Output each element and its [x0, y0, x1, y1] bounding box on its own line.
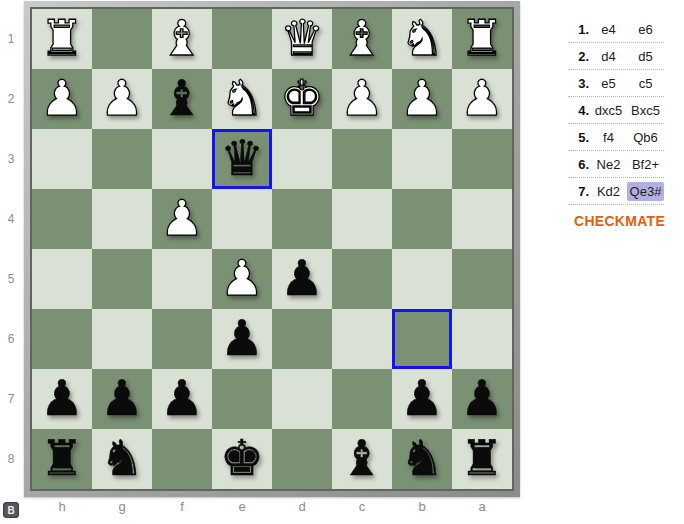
square-b5[interactable] — [392, 249, 452, 309]
square-g7[interactable]: ♟ — [92, 369, 152, 429]
square-f1[interactable]: ♝ — [152, 9, 212, 69]
square-c4[interactable] — [332, 189, 392, 249]
piece-black-bishop: ♝ — [340, 431, 384, 487]
move-row-5: 5.f4Qb6 — [568, 124, 664, 151]
square-h4[interactable] — [32, 189, 92, 249]
move-number: 6. — [568, 157, 590, 172]
move-white-5[interactable]: f4 — [590, 130, 627, 145]
rank-label-7: 7 — [0, 369, 22, 429]
file-label-c: c — [332, 499, 392, 514]
square-b1[interactable]: ♞ — [392, 9, 452, 69]
piece-black-pawn: ♟ — [460, 371, 504, 427]
square-f8[interactable] — [152, 429, 212, 489]
square-a7[interactable]: ♟ — [452, 369, 512, 429]
move-white-1[interactable]: e4 — [590, 22, 627, 37]
square-c7[interactable] — [332, 369, 392, 429]
square-b4[interactable] — [392, 189, 452, 249]
piece-white-queen: ♛ — [280, 11, 324, 67]
square-d7[interactable] — [272, 369, 332, 429]
square-e5[interactable]: ♟ — [212, 249, 272, 309]
move-row-6: 6.Ne2Bf2+ — [568, 151, 664, 178]
piece-white-bishop: ♝ — [340, 11, 384, 67]
square-a4[interactable] — [452, 189, 512, 249]
move-row-7: 7.Kd2Qe3# — [568, 178, 664, 205]
square-h8[interactable]: ♜ — [32, 429, 92, 489]
move-black-4[interactable]: Bxc5 — [627, 103, 664, 118]
square-d1[interactable]: ♛ — [272, 9, 332, 69]
square-a2[interactable]: ♟ — [452, 69, 512, 129]
piece-black-pawn: ♟ — [160, 371, 204, 427]
move-black-1[interactable]: e6 — [627, 22, 664, 37]
piece-white-pawn: ♟ — [340, 71, 384, 127]
square-b6[interactable] — [392, 309, 452, 369]
chess-board: ♜♝♛♝♞♜♟♟♝♞♚♟♟♟♛♟♟♟♟♟♟♟♟♟♜♞♚♝♞♜ — [30, 7, 514, 491]
square-g3[interactable] — [92, 129, 152, 189]
square-h1[interactable]: ♜ — [32, 9, 92, 69]
file-labels: hgfedcba — [32, 499, 512, 514]
piece-white-bishop: ♝ — [160, 11, 204, 67]
square-h3[interactable] — [32, 129, 92, 189]
move-black-3[interactable]: c5 — [627, 76, 664, 91]
square-g5[interactable] — [92, 249, 152, 309]
file-label-h: h — [32, 499, 92, 514]
piece-black-queen: ♛ — [220, 131, 264, 187]
square-e6[interactable]: ♟ — [212, 309, 272, 369]
piece-white-pawn: ♟ — [460, 71, 504, 127]
file-label-d: d — [272, 499, 332, 514]
rank-label-8: 8 — [0, 429, 22, 489]
square-e1[interactable] — [212, 9, 272, 69]
square-f7[interactable]: ♟ — [152, 369, 212, 429]
square-c2[interactable]: ♟ — [332, 69, 392, 129]
square-g4[interactable] — [92, 189, 152, 249]
square-a5[interactable] — [452, 249, 512, 309]
rank-labels: 12345678 — [0, 9, 22, 489]
piece-white-king: ♚ — [280, 71, 324, 127]
square-e8[interactable]: ♚ — [212, 429, 272, 489]
square-f5[interactable] — [152, 249, 212, 309]
move-black-7[interactable]: Qe3# — [627, 182, 664, 201]
file-label-b: b — [392, 499, 452, 514]
rank-label-2: 2 — [0, 69, 22, 129]
square-c8[interactable]: ♝ — [332, 429, 392, 489]
rank-label-4: 4 — [0, 189, 22, 249]
square-c3[interactable] — [332, 129, 392, 189]
move-number: 1. — [568, 22, 590, 37]
square-g2[interactable]: ♟ — [92, 69, 152, 129]
square-e3[interactable]: ♛ — [212, 129, 272, 189]
square-f6[interactable] — [152, 309, 212, 369]
piece-white-knight: ♞ — [400, 11, 444, 67]
square-a1[interactable]: ♜ — [452, 9, 512, 69]
piece-black-pawn: ♟ — [100, 371, 144, 427]
move-list: 1.e4e62.d4d53.e5c54.dxc5Bxc55.f4Qb66.Ne2… — [568, 16, 664, 229]
square-a6[interactable] — [452, 309, 512, 369]
piece-white-pawn: ♟ — [400, 71, 444, 127]
square-f4[interactable]: ♟ — [152, 189, 212, 249]
square-h5[interactable] — [32, 249, 92, 309]
square-d3[interactable] — [272, 129, 332, 189]
move-row-3: 3.e5c5 — [568, 70, 664, 97]
move-number: 4. — [568, 103, 590, 118]
chess-app: 12345678 ♜♝♛♝♞♜♟♟♝♞♚♟♟♟♛♟♟♟♟♟♟♟♟♟♜♞♚♝♞♜ … — [0, 0, 684, 524]
square-c1[interactable]: ♝ — [332, 9, 392, 69]
move-row-4: 4.dxc5Bxc5 — [568, 97, 664, 124]
square-e7[interactable] — [212, 369, 272, 429]
square-b2[interactable]: ♟ — [392, 69, 452, 129]
square-h6[interactable] — [32, 309, 92, 369]
square-f2[interactable]: ♝ — [152, 69, 212, 129]
piece-black-rook: ♜ — [40, 431, 84, 487]
piece-black-pawn: ♟ — [220, 311, 264, 367]
square-f3[interactable] — [152, 129, 212, 189]
piece-black-rook: ♜ — [460, 431, 504, 487]
square-g8[interactable]: ♞ — [92, 429, 152, 489]
piece-black-knight: ♞ — [100, 431, 144, 487]
move-white-7[interactable]: Kd2 — [590, 184, 627, 199]
piece-white-pawn: ♟ — [40, 71, 84, 127]
square-g1[interactable] — [92, 9, 152, 69]
piece-white-pawn: ♟ — [220, 251, 264, 307]
square-c5[interactable] — [332, 249, 392, 309]
move-black-6[interactable]: Bf2+ — [627, 157, 664, 172]
square-c6[interactable] — [332, 309, 392, 369]
square-h7[interactable]: ♟ — [32, 369, 92, 429]
piece-white-pawn: ♟ — [160, 191, 204, 247]
square-a3[interactable] — [452, 129, 512, 189]
square-a8[interactable]: ♜ — [452, 429, 512, 489]
rank-label-3: 3 — [0, 129, 22, 189]
square-d4[interactable] — [272, 189, 332, 249]
square-e4[interactable] — [212, 189, 272, 249]
piece-white-rook: ♜ — [40, 11, 84, 67]
file-label-g: g — [92, 499, 152, 514]
turn-indicator-black: B — [3, 502, 19, 518]
rank-label-1: 1 — [0, 9, 22, 69]
rank-label-6: 6 — [0, 309, 22, 369]
square-b8[interactable]: ♞ — [392, 429, 452, 489]
file-label-f: f — [152, 499, 212, 514]
move-number: 5. — [568, 130, 590, 145]
piece-black-pawn: ♟ — [40, 371, 84, 427]
move-row-1: 1.e4e6 — [568, 16, 664, 43]
piece-white-knight: ♞ — [220, 71, 264, 127]
piece-white-rook: ♜ — [460, 11, 504, 67]
square-d5[interactable]: ♟ — [272, 249, 332, 309]
result-row: CHECKMATE — [568, 213, 664, 229]
move-white-6[interactable]: Ne2 — [590, 157, 627, 172]
file-label-a: a — [452, 499, 512, 514]
square-b7[interactable]: ♟ — [392, 369, 452, 429]
square-e2[interactable]: ♞ — [212, 69, 272, 129]
piece-black-king: ♚ — [220, 431, 264, 487]
move-white-2[interactable]: d4 — [590, 49, 627, 64]
piece-black-knight: ♞ — [400, 431, 444, 487]
square-g6[interactable] — [92, 309, 152, 369]
move-white-3[interactable]: e5 — [590, 76, 627, 91]
piece-black-pawn: ♟ — [400, 371, 444, 427]
checkmate-label: CHECKMATE — [574, 213, 665, 229]
move-black-2[interactable]: d5 — [627, 49, 664, 64]
square-h2[interactable]: ♟ — [32, 69, 92, 129]
piece-black-pawn: ♟ — [280, 251, 324, 307]
rank-label-5: 5 — [0, 249, 22, 309]
move-white-4[interactable]: dxc5 — [590, 103, 627, 118]
move-number: 3. — [568, 76, 590, 91]
square-b3[interactable] — [392, 129, 452, 189]
square-d8[interactable] — [272, 429, 332, 489]
move-number: 7. — [568, 184, 590, 199]
chess-board-frame: ♜♝♛♝♞♜♟♟♝♞♚♟♟♟♛♟♟♟♟♟♟♟♟♟♜♞♚♝♞♜ — [24, 1, 520, 497]
piece-white-pawn: ♟ — [100, 71, 144, 127]
square-d6[interactable] — [272, 309, 332, 369]
move-black-5[interactable]: Qb6 — [627, 130, 664, 145]
move-number: 2. — [568, 49, 590, 64]
move-row-2: 2.d4d5 — [568, 43, 664, 70]
square-d2[interactable]: ♚ — [272, 69, 332, 129]
piece-black-bishop: ♝ — [160, 71, 204, 127]
file-label-e: e — [212, 499, 272, 514]
